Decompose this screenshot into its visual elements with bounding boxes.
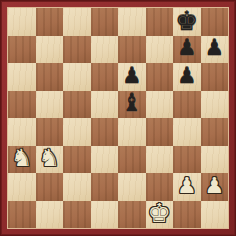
square-b1[interactable] <box>36 201 64 229</box>
square-g8[interactable]: ♚ <box>173 8 201 36</box>
chess-board: ♚♟♟♟♟♝♞♞♟♟♚ <box>7 7 229 229</box>
square-h4[interactable] <box>201 118 229 146</box>
square-f4[interactable] <box>146 118 174 146</box>
square-d7[interactable] <box>91 36 119 64</box>
square-c6[interactable] <box>63 63 91 91</box>
square-c8[interactable] <box>63 8 91 36</box>
square-b6[interactable] <box>36 63 64 91</box>
square-d1[interactable] <box>91 201 119 229</box>
square-a3[interactable]: ♞ <box>8 146 36 174</box>
square-d4[interactable] <box>91 118 119 146</box>
square-a1[interactable] <box>8 201 36 229</box>
black-pawn[interactable]: ♟ <box>177 37 197 59</box>
square-d2[interactable] <box>91 173 119 201</box>
square-h2[interactable]: ♟ <box>201 173 229 201</box>
square-g6[interactable]: ♟ <box>173 63 201 91</box>
square-c1[interactable] <box>63 201 91 229</box>
square-d6[interactable] <box>91 63 119 91</box>
square-c7[interactable] <box>63 36 91 64</box>
square-d8[interactable] <box>91 8 119 36</box>
square-b4[interactable] <box>36 118 64 146</box>
black-pawn[interactable]: ♟ <box>204 37 224 59</box>
square-g2[interactable]: ♟ <box>173 173 201 201</box>
square-f6[interactable] <box>146 63 174 91</box>
black-bishop[interactable]: ♝ <box>121 91 143 115</box>
square-a7[interactable] <box>8 36 36 64</box>
square-c2[interactable] <box>63 173 91 201</box>
square-g5[interactable] <box>173 91 201 119</box>
square-f5[interactable] <box>146 91 174 119</box>
black-pawn[interactable]: ♟ <box>177 65 197 87</box>
square-e1[interactable] <box>118 201 146 229</box>
square-a8[interactable] <box>8 8 36 36</box>
square-f8[interactable] <box>146 8 174 36</box>
square-d5[interactable] <box>91 91 119 119</box>
square-a5[interactable] <box>8 91 36 119</box>
square-a6[interactable] <box>8 63 36 91</box>
white-king[interactable]: ♚ <box>148 201 171 227</box>
square-b2[interactable] <box>36 173 64 201</box>
square-g7[interactable]: ♟ <box>173 36 201 64</box>
square-h3[interactable] <box>201 146 229 174</box>
square-e4[interactable] <box>118 118 146 146</box>
square-g4[interactable] <box>173 118 201 146</box>
black-pawn[interactable]: ♟ <box>122 65 142 87</box>
white-knight[interactable]: ♞ <box>38 146 60 170</box>
square-f3[interactable] <box>146 146 174 174</box>
square-h8[interactable] <box>201 8 229 36</box>
white-pawn[interactable]: ♟ <box>204 175 224 197</box>
white-pawn[interactable]: ♟ <box>177 175 197 197</box>
square-e3[interactable] <box>118 146 146 174</box>
square-f1[interactable]: ♚ <box>146 201 174 229</box>
square-h7[interactable]: ♟ <box>201 36 229 64</box>
square-g3[interactable] <box>173 146 201 174</box>
square-b7[interactable] <box>36 36 64 64</box>
black-king[interactable]: ♚ <box>175 8 198 34</box>
square-e5[interactable]: ♝ <box>118 91 146 119</box>
square-h1[interactable] <box>201 201 229 229</box>
square-d3[interactable] <box>91 146 119 174</box>
square-e8[interactable] <box>118 8 146 36</box>
square-f7[interactable] <box>146 36 174 64</box>
square-c5[interactable] <box>63 91 91 119</box>
square-h6[interactable] <box>201 63 229 91</box>
square-a4[interactable] <box>8 118 36 146</box>
square-e2[interactable] <box>118 173 146 201</box>
square-b5[interactable] <box>36 91 64 119</box>
square-e6[interactable]: ♟ <box>118 63 146 91</box>
square-c3[interactable] <box>63 146 91 174</box>
square-b3[interactable]: ♞ <box>36 146 64 174</box>
square-b8[interactable] <box>36 8 64 36</box>
square-g1[interactable] <box>173 201 201 229</box>
white-knight[interactable]: ♞ <box>11 146 33 170</box>
square-c4[interactable] <box>63 118 91 146</box>
square-a2[interactable] <box>8 173 36 201</box>
square-h5[interactable] <box>201 91 229 119</box>
square-f2[interactable] <box>146 173 174 201</box>
square-e7[interactable] <box>118 36 146 64</box>
chess-board-frame: ♚♟♟♟♟♝♞♞♟♟♚ <box>0 0 236 236</box>
